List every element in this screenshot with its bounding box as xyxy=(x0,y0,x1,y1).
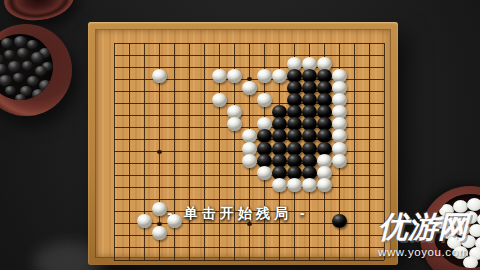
watermark: 优游网 www.yoyou.com xyxy=(378,210,480,258)
white-stone xyxy=(242,154,257,168)
white-stone xyxy=(152,226,167,240)
black-stones-pile xyxy=(0,34,53,100)
watermark-url: www.yoyou.com xyxy=(378,246,480,258)
white-stone xyxy=(332,154,347,168)
white-stone xyxy=(287,178,302,192)
white-stone xyxy=(257,69,272,83)
bowl-of-black-stones xyxy=(0,24,72,116)
black-stone xyxy=(13,73,24,82)
black-stone xyxy=(32,89,45,100)
black-stone xyxy=(5,86,16,95)
black-stone xyxy=(14,36,27,47)
white-stone xyxy=(257,166,272,180)
white-stone xyxy=(152,69,167,83)
white-stone xyxy=(167,214,182,228)
black-stone xyxy=(27,76,39,86)
game-screen: - 单击开始残局 - 优游网 www.yoyou.com xyxy=(0,0,480,270)
white-stone xyxy=(212,93,227,107)
black-stone xyxy=(15,94,26,100)
white-stone xyxy=(257,93,272,107)
white-stone xyxy=(152,202,167,216)
black-stone xyxy=(1,38,13,48)
black-stone xyxy=(31,52,44,63)
white-stone xyxy=(137,214,152,228)
white-stone xyxy=(317,178,332,192)
white-stone xyxy=(212,69,227,83)
black-stone xyxy=(27,40,38,49)
watermark-sitename: 优游网 xyxy=(378,210,480,244)
black-stone xyxy=(0,64,7,74)
black-stone xyxy=(332,214,347,228)
white-stone xyxy=(302,178,317,192)
white-stone xyxy=(272,178,287,192)
black-stone xyxy=(8,61,21,72)
white-stone xyxy=(227,117,242,131)
white-stone xyxy=(227,69,242,83)
white-stone xyxy=(272,69,287,83)
board-grid xyxy=(114,43,384,260)
star-point xyxy=(157,150,162,154)
black-stone xyxy=(4,50,15,59)
black-stone xyxy=(17,48,29,58)
black-stone xyxy=(35,66,47,76)
bowl-lid xyxy=(2,0,77,24)
black-stone xyxy=(22,61,33,70)
black-stone xyxy=(0,75,12,86)
white-stone xyxy=(242,81,257,95)
go-board[interactable] xyxy=(88,22,398,265)
